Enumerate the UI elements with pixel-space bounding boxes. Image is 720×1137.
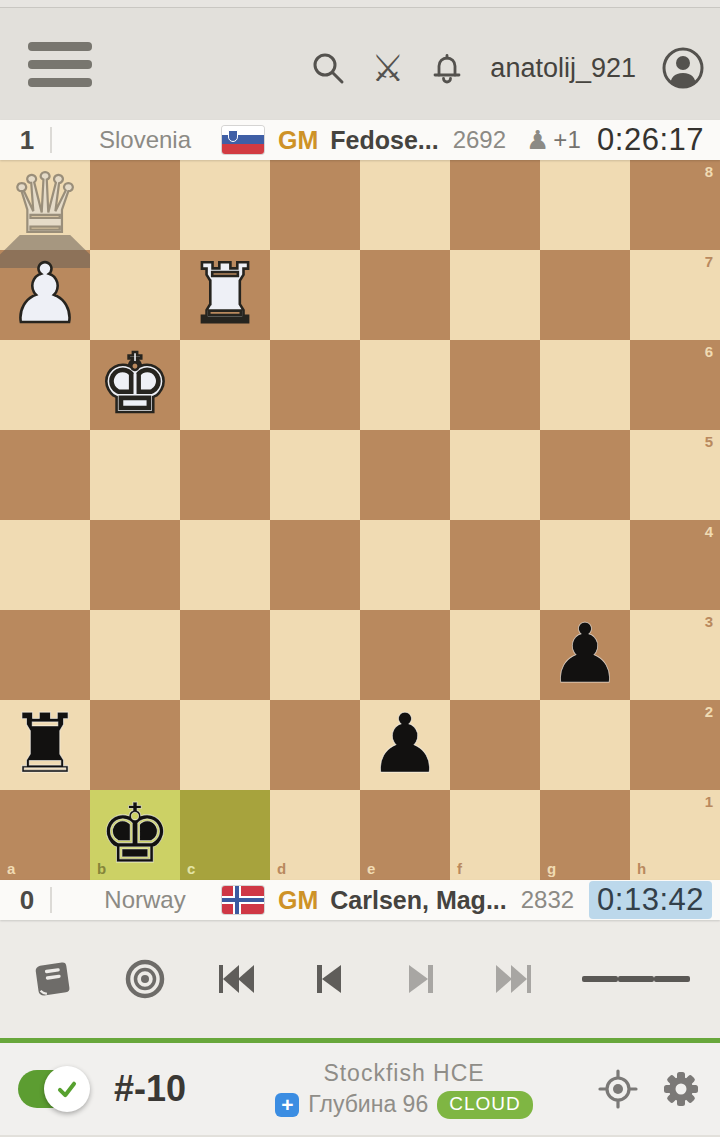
square-d5[interactable] xyxy=(270,430,360,520)
square-c5[interactable] xyxy=(180,430,270,520)
square-c7[interactable]: ♜ xyxy=(180,250,270,340)
file-label-e: e xyxy=(367,860,375,877)
white-player-name: Fedose... xyxy=(330,126,438,155)
white-player-bar: 1 Slovenia GM Fedose... 2692 ♟ +1 0:26:1… xyxy=(0,120,720,160)
rank-label-6: 6 xyxy=(705,343,713,360)
file-label-d: d xyxy=(277,860,286,877)
slovenia-flag-icon xyxy=(222,126,264,154)
piece-white-pawn[interactable]: ♟ xyxy=(0,250,90,340)
square-c1[interactable]: c xyxy=(180,790,270,880)
piece-white-king[interactable]: ♚ xyxy=(90,340,180,430)
material-advantage: ♟ +1 xyxy=(526,126,581,154)
piece-white-rook[interactable]: ♜ xyxy=(180,250,270,340)
file-label-f: f xyxy=(457,860,462,877)
white-title: GM xyxy=(278,126,318,155)
square-g6[interactable] xyxy=(540,340,630,430)
square-f8[interactable] xyxy=(450,160,540,250)
engine-depth: Глубина 96 xyxy=(308,1091,428,1118)
square-h2[interactable]: 2 xyxy=(630,700,720,790)
file-label-c: c xyxy=(187,860,195,877)
rank-label-2: 2 xyxy=(705,703,713,720)
square-f6[interactable] xyxy=(450,340,540,430)
nav-toolbar xyxy=(0,920,720,1038)
rank-label-1: 1 xyxy=(705,793,713,810)
square-e5[interactable] xyxy=(360,430,450,520)
square-d7[interactable] xyxy=(270,250,360,340)
square-g4[interactable] xyxy=(540,520,630,610)
crosshair-icon[interactable] xyxy=(596,1067,640,1111)
engine-bar: #-10 Stockfish HCE + Глубина 96 CLOUD xyxy=(0,1038,720,1135)
file-label-a: a xyxy=(7,860,15,877)
white-rating: 2692 xyxy=(453,126,506,154)
square-h4[interactable]: 4 xyxy=(630,520,720,610)
square-g5[interactable] xyxy=(540,430,630,520)
top-app-bar: ⚔ anatolij_921 xyxy=(0,0,720,120)
cloud-badge: CLOUD xyxy=(437,1091,533,1119)
square-a6[interactable] xyxy=(0,340,90,430)
square-h1[interactable]: h1 xyxy=(630,790,720,880)
username[interactable]: anatolij_921 xyxy=(490,53,636,84)
square-f5[interactable] xyxy=(450,430,540,520)
norway-flag-icon xyxy=(222,886,264,914)
square-d3[interactable] xyxy=(270,610,360,700)
square-e4[interactable] xyxy=(360,520,450,610)
engine-name: Stockfish HCE xyxy=(323,1060,484,1087)
divider xyxy=(50,127,52,153)
square-d1[interactable]: d xyxy=(270,790,360,880)
square-c2[interactable] xyxy=(180,700,270,790)
piece-black-king[interactable]: ♚ xyxy=(90,790,180,880)
search-icon[interactable] xyxy=(309,49,347,87)
square-h8[interactable]: 8 xyxy=(630,160,720,250)
rank-label-8: 8 xyxy=(705,163,713,180)
square-a4[interactable] xyxy=(0,520,90,610)
square-b6[interactable]: ♚ xyxy=(90,340,180,430)
square-b1[interactable]: b♚ xyxy=(90,790,180,880)
white-score: 1 xyxy=(12,125,42,156)
black-title: GM xyxy=(278,886,318,915)
square-g8[interactable] xyxy=(540,160,630,250)
square-a5[interactable] xyxy=(0,430,90,520)
piece-black-rook[interactable]: ♜ xyxy=(0,700,90,790)
black-rating: 2832 xyxy=(521,886,574,914)
crossed-swords-icon[interactable]: ⚔ xyxy=(371,50,404,87)
status-bar xyxy=(0,0,720,8)
rank-label-3: 3 xyxy=(705,613,713,630)
rank-label-5: 5 xyxy=(705,433,713,450)
square-e6[interactable] xyxy=(360,340,450,430)
square-h3[interactable]: 3 xyxy=(630,610,720,700)
square-f3[interactable] xyxy=(450,610,540,700)
square-g1[interactable]: g xyxy=(540,790,630,880)
chess-board[interactable]: ♛8♟♜7♚654♟3♜♟2ab♚cdefgh1 xyxy=(0,160,720,880)
square-a1[interactable]: a xyxy=(0,790,90,880)
square-e8[interactable] xyxy=(360,160,450,250)
square-e3[interactable] xyxy=(360,610,450,700)
square-c6[interactable] xyxy=(180,340,270,430)
square-d2[interactable] xyxy=(270,700,360,790)
square-f2[interactable] xyxy=(450,700,540,790)
gear-icon[interactable] xyxy=(660,1068,702,1110)
square-a2[interactable]: ♜ xyxy=(0,700,90,790)
square-b5[interactable] xyxy=(90,430,180,520)
rank-label-7: 7 xyxy=(705,253,713,270)
square-d4[interactable] xyxy=(270,520,360,610)
square-h5[interactable]: 5 xyxy=(630,430,720,520)
go-to-end-icon[interactable] xyxy=(490,960,536,998)
piece-black-pawn[interactable]: ♟ xyxy=(360,700,450,790)
engine-info: Stockfish HCE + Глубина 96 CLOUD xyxy=(212,1060,596,1119)
square-a7[interactable]: ♟ xyxy=(0,250,90,340)
engine-eval: #-10 xyxy=(114,1068,186,1110)
black-player-bar: 0 Norway GM Carlsen, Mag... 2832 0:13:42 xyxy=(0,880,720,920)
plus-icon: + xyxy=(275,1093,299,1117)
square-c8[interactable] xyxy=(180,160,270,250)
black-team: Norway xyxy=(90,886,200,914)
piece-black-pawn[interactable]: ♟ xyxy=(540,610,630,700)
rank-label-4: 4 xyxy=(705,523,713,540)
engine-toggle[interactable] xyxy=(18,1070,84,1108)
square-b4[interactable] xyxy=(90,520,180,610)
square-e2[interactable]: ♟ xyxy=(360,700,450,790)
go-to-start-icon[interactable] xyxy=(214,960,260,998)
white-clock: 0:26:17 xyxy=(589,121,712,159)
white-team: Slovenia xyxy=(90,126,200,154)
square-a8[interactable]: ♛ xyxy=(0,160,90,250)
black-player-name: Carlsen, Mag... xyxy=(330,886,506,915)
divider xyxy=(50,887,52,913)
square-d8[interactable] xyxy=(270,160,360,250)
square-c4[interactable] xyxy=(180,520,270,610)
target-icon[interactable] xyxy=(122,956,168,1002)
square-f7[interactable] xyxy=(450,250,540,340)
moves-menu-icon[interactable] xyxy=(582,971,690,987)
black-score: 0 xyxy=(12,885,42,916)
square-e1[interactable]: e xyxy=(360,790,450,880)
square-b7[interactable] xyxy=(90,250,180,340)
square-g3[interactable]: ♟ xyxy=(540,610,630,700)
square-b3[interactable] xyxy=(90,610,180,700)
square-a3[interactable] xyxy=(0,610,90,700)
square-b2[interactable] xyxy=(90,700,180,790)
square-g2[interactable] xyxy=(540,700,630,790)
square-b8[interactable] xyxy=(90,160,180,250)
black-clock: 0:13:42 xyxy=(589,881,712,919)
pawn-icon: ♟ xyxy=(526,127,549,153)
square-g7[interactable] xyxy=(540,250,630,340)
square-f4[interactable] xyxy=(450,520,540,610)
book-icon[interactable] xyxy=(30,956,76,1002)
file-label-g: g xyxy=(547,860,556,877)
bell-icon[interactable] xyxy=(428,49,466,87)
file-label-h: h xyxy=(637,860,646,877)
square-h6[interactable]: 6 xyxy=(630,340,720,430)
ghost-piece-white-queen[interactable]: ♛ xyxy=(0,160,90,250)
next-move-icon[interactable] xyxy=(398,960,444,998)
hamburger-menu-icon[interactable] xyxy=(28,42,92,96)
avatar-icon[interactable] xyxy=(660,45,706,91)
square-f1[interactable]: f xyxy=(450,790,540,880)
square-e7[interactable] xyxy=(360,250,450,340)
check-icon xyxy=(44,1066,90,1112)
square-d6[interactable] xyxy=(270,340,360,430)
previous-move-icon[interactable] xyxy=(306,960,352,998)
square-h7[interactable]: 7 xyxy=(630,250,720,340)
square-c3[interactable] xyxy=(180,610,270,700)
